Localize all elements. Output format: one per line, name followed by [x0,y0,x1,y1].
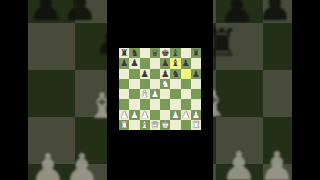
square-g1[interactable] [181,120,191,130]
square-f2[interactable]: ♟ [170,110,180,120]
square-a6[interactable] [119,69,129,79]
square-a4[interactable] [119,89,129,99]
piece-white-rook: ♜ [120,120,128,130]
square-c8[interactable] [140,48,150,58]
piece-black-knight: ♞ [171,69,179,79]
square-e7[interactable]: ♟ [160,58,170,68]
square-c6[interactable]: ♟ [140,69,150,79]
square-f4[interactable] [170,89,180,99]
square-b5[interactable] [129,79,139,89]
square-d8[interactable]: ♛ [150,48,160,58]
piece-black-pawn: ♟ [130,58,138,68]
piece-black-pawn: ♟ [120,58,128,68]
square-f6[interactable]: ♞ [170,69,180,79]
background-dim-overlay [213,0,292,180]
square-d6[interactable] [150,69,160,79]
piece-white-knight: ♞ [161,79,169,89]
square-d3[interactable] [150,99,160,109]
square-b6[interactable] [129,69,139,79]
square-c1[interactable]: ♝ [140,120,150,130]
square-d4[interactable]: ♟ [150,89,160,99]
video-frame: ♟♟♟♝♟♟ ♟♟♜♝♟♟ ♜♞♛♚♝♜♟♟♟♝♟♟♟♞♟♞♝♟♟♟♟♟♟♟♜♝… [0,0,320,180]
square-e5[interactable]: ♞ [160,79,170,89]
square-h4[interactable] [191,89,201,99]
piece-white-pawn: ♟ [181,110,189,120]
piece-white-bishop: ♝ [140,120,148,130]
piece-black-pawn: ♟ [192,69,200,79]
square-c7[interactable] [140,58,150,68]
background-board-right: ♟♟♜♝♟♟ [213,0,292,180]
square-f7[interactable]: ♝ [170,58,180,68]
square-h3[interactable] [191,99,201,109]
piece-white-queen: ♛ [151,120,159,130]
square-g2[interactable]: ♟ [181,110,191,120]
piece-white-rook: ♜ [192,120,200,130]
square-g5[interactable] [181,79,191,89]
square-h8[interactable]: ♜ [191,48,201,58]
square-h5[interactable] [191,79,201,89]
square-b3[interactable] [129,99,139,109]
piece-black-pawn: ♟ [161,58,169,68]
piece-black-pawn: ♟ [181,58,189,68]
square-e1[interactable]: ♚ [160,120,170,130]
background-dim-overlay [28,0,107,180]
square-g6[interactable] [181,69,191,79]
square-c3[interactable] [140,99,150,109]
square-f3[interactable] [170,99,180,109]
square-h6[interactable]: ♟ [191,69,201,79]
piece-white-pawn: ♟ [130,110,138,120]
square-b4[interactable] [129,89,139,99]
piece-white-pawn: ♟ [151,89,159,99]
square-a7[interactable]: ♟ [119,58,129,68]
square-f5[interactable] [170,79,180,89]
square-a1[interactable]: ♜ [119,120,129,130]
piece-black-bishop: ♝ [171,58,179,68]
piece-black-pawn: ♟ [140,69,148,79]
square-g4[interactable] [181,89,191,99]
piece-black-rook: ♜ [192,48,200,58]
square-h1[interactable]: ♜ [191,120,201,130]
square-g7[interactable]: ♟ [181,58,191,68]
background-board-left: ♟♟♟♝♟♟ [28,0,107,180]
square-e3[interactable] [160,99,170,109]
square-a3[interactable] [119,99,129,109]
square-d1[interactable]: ♛ [150,120,160,130]
square-b7[interactable]: ♟ [129,58,139,68]
square-a5[interactable] [119,79,129,89]
piece-white-bishop: ♝ [140,89,148,99]
square-h7[interactable] [191,58,201,68]
chess-board[interactable]: ♜♞♛♚♝♜♟♟♟♝♟♟♟♞♟♞♝♟♟♟♟♟♟♟♜♝♛♚♜ [119,48,201,130]
piece-black-queen: ♛ [151,48,159,58]
square-e4[interactable] [160,89,170,99]
square-d7[interactable] [150,58,160,68]
square-g3[interactable] [181,99,191,109]
square-b1[interactable] [129,120,139,130]
piece-white-pawn: ♟ [171,110,179,120]
square-b2[interactable]: ♟ [129,110,139,120]
square-c4[interactable]: ♝ [140,89,150,99]
piece-white-king: ♚ [161,120,169,130]
square-f1[interactable] [170,120,180,130]
